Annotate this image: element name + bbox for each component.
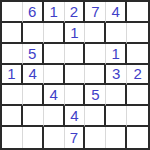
cell-r6c4: 4	[65, 106, 86, 127]
given-digit: 4	[49, 87, 57, 102]
cell-r4c3[interactable]	[44, 65, 65, 86]
cell-r2c5[interactable]	[85, 23, 106, 44]
given-digit: 7	[91, 4, 99, 19]
cell-r4c1: 1	[2, 65, 23, 86]
cell-r6c5[interactable]	[85, 106, 106, 127]
cell-r3c5[interactable]	[85, 44, 106, 65]
cell-r7c3[interactable]	[44, 127, 65, 148]
cell-r3c3[interactable]	[44, 44, 65, 65]
given-digit: 5	[91, 87, 99, 102]
cell-r2c3[interactable]	[44, 23, 65, 44]
cell-r6c6[interactable]	[106, 106, 127, 127]
cell-r5c3: 4	[44, 85, 65, 106]
given-digit: 5	[28, 46, 36, 61]
cell-r5c4[interactable]	[65, 85, 86, 106]
given-digit: 1	[49, 4, 57, 19]
cell-r5c6[interactable]	[106, 85, 127, 106]
cell-r4c5[interactable]	[85, 65, 106, 86]
given-digit: 2	[133, 66, 141, 81]
cell-r7c5[interactable]	[85, 127, 106, 148]
cell-r2c6[interactable]	[106, 23, 127, 44]
given-digit: 3	[112, 66, 120, 81]
cell-r6c3[interactable]	[44, 106, 65, 127]
cell-r3c4[interactable]	[65, 44, 86, 65]
given-digit: 1	[70, 25, 78, 40]
cell-r3c6: 1	[106, 44, 127, 65]
cell-r5c2[interactable]	[23, 85, 44, 106]
cell-r3c7[interactable]	[127, 44, 148, 65]
cell-r2c1[interactable]	[2, 23, 23, 44]
cell-r1c1[interactable]	[2, 2, 23, 23]
cell-r3c2: 5	[23, 44, 44, 65]
cell-r1c4: 2	[65, 2, 86, 23]
cell-r4c6: 3	[106, 65, 127, 86]
given-digit: 2	[70, 4, 78, 19]
cell-r4c2: 4	[23, 65, 44, 86]
cell-r1c6: 4	[106, 2, 127, 23]
cell-r5c5: 5	[85, 85, 106, 106]
cell-r1c5: 7	[85, 2, 106, 23]
given-digit: 4	[29, 66, 37, 81]
given-digit: 1	[112, 46, 120, 61]
cell-r5c7[interactable]	[127, 85, 148, 106]
cell-r7c7[interactable]	[127, 127, 148, 148]
given-digit: 6	[28, 4, 36, 19]
given-digit: 7	[70, 130, 78, 145]
cell-r6c1[interactable]	[2, 106, 23, 127]
cell-r1c3: 1	[44, 2, 65, 23]
cell-r4c7: 2	[127, 65, 148, 86]
cell-r2c4: 1	[65, 23, 86, 44]
given-digit: 4	[70, 108, 78, 123]
cell-r7c4: 7	[65, 127, 86, 148]
given-digit: 4	[112, 4, 120, 19]
puzzle-board: 6127415114324547	[0, 0, 150, 150]
cell-r3c1[interactable]	[2, 44, 23, 65]
cell-r2c2[interactable]	[23, 23, 44, 44]
cell-r7c6[interactable]	[106, 127, 127, 148]
cell-r5c1[interactable]	[2, 85, 23, 106]
cell-r6c7[interactable]	[127, 106, 148, 127]
cell-r1c7[interactable]	[127, 2, 148, 23]
cell-r7c1[interactable]	[2, 127, 23, 148]
cell-r4c4[interactable]	[65, 65, 86, 86]
given-digit: 1	[7, 66, 15, 81]
cell-r6c2[interactable]	[23, 106, 44, 127]
cell-r2c7[interactable]	[127, 23, 148, 44]
cell-r7c2[interactable]	[23, 127, 44, 148]
cell-r1c2: 6	[23, 2, 44, 23]
